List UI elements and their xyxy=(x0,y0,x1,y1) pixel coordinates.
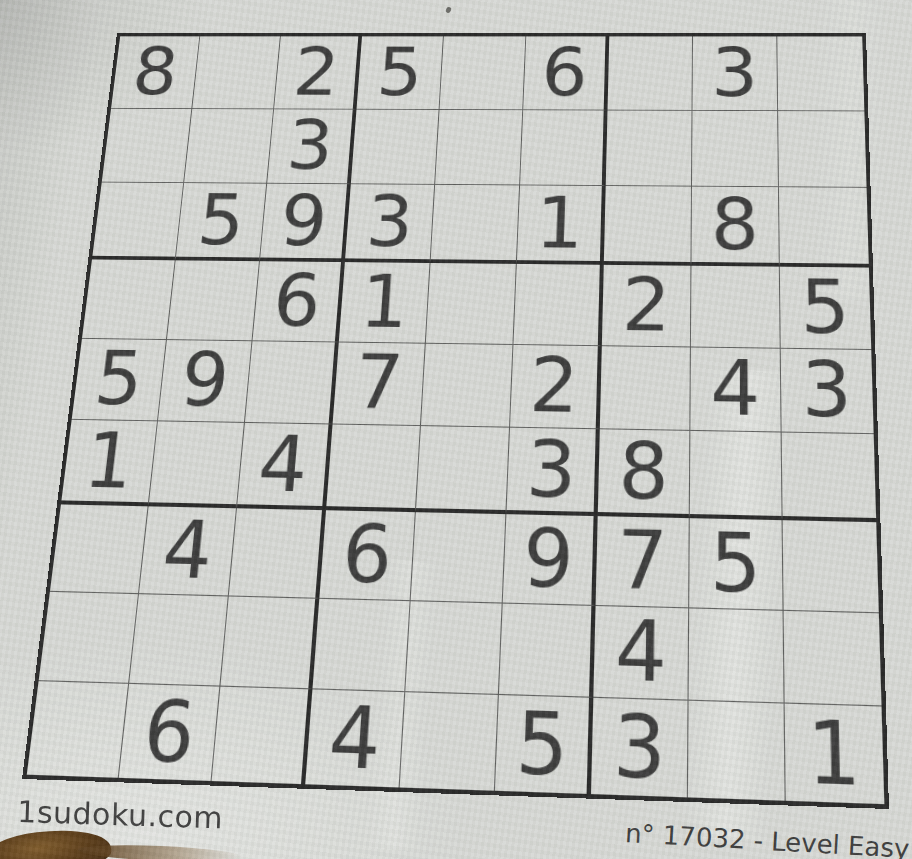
cell-r9c8 xyxy=(688,701,786,801)
cell-r7c8: 5 xyxy=(689,518,783,610)
cell-r9c1 xyxy=(27,682,129,778)
cell-r1c4: 5 xyxy=(356,36,443,109)
paper-speck xyxy=(445,6,452,13)
cell-r8c5 xyxy=(405,601,502,696)
cell-r4c8 xyxy=(691,266,781,349)
cell-r7c5 xyxy=(411,512,507,603)
cell-r4c4: 1 xyxy=(339,262,431,343)
cell-r9c7: 3 xyxy=(591,698,689,797)
cell-r1c1: 8 xyxy=(111,36,200,108)
cell-r2c2 xyxy=(184,109,274,184)
cell-r3c9 xyxy=(779,187,869,267)
cell-r4c9: 5 xyxy=(780,267,871,350)
cell-r3c1 xyxy=(92,183,184,261)
cell-r9c5 xyxy=(400,693,499,791)
cell-r1c7 xyxy=(608,36,693,110)
cell-r9c2: 6 xyxy=(119,684,221,781)
cell-r3c4: 3 xyxy=(345,185,435,263)
cell-r2c1 xyxy=(102,108,193,183)
cell-r3c8: 8 xyxy=(691,187,779,267)
cell-r6c8 xyxy=(690,431,783,520)
cell-r8c3 xyxy=(220,596,319,690)
cell-r5c6: 2 xyxy=(510,345,602,430)
cell-r8c6 xyxy=(499,603,596,698)
cell-r8c2 xyxy=(129,594,229,687)
cell-r3c5 xyxy=(431,185,521,264)
cell-r5c1: 5 xyxy=(72,339,167,422)
cell-r2c3: 3 xyxy=(267,109,356,184)
cell-r5c9: 3 xyxy=(781,348,874,434)
cell-r7c1 xyxy=(50,504,149,593)
cell-r8c9 xyxy=(784,610,882,706)
cell-r9c9: 1 xyxy=(785,704,885,804)
cell-r6c7: 8 xyxy=(598,430,691,519)
cell-r6c9 xyxy=(782,433,877,522)
cell-r9c3 xyxy=(212,687,313,784)
cell-r9c6: 5 xyxy=(495,695,593,794)
cell-r5c7 xyxy=(600,346,691,431)
cell-r5c2: 9 xyxy=(158,340,253,424)
cell-r5c3 xyxy=(245,341,339,425)
cell-r6c3: 4 xyxy=(237,423,333,510)
cell-r2c8 xyxy=(692,110,779,187)
cell-r8c8 xyxy=(689,608,785,704)
cell-r6c5 xyxy=(416,426,510,514)
cell-r4c2 xyxy=(167,260,260,341)
paper-photo: 825633593186125597243143846975464531 1su… xyxy=(0,0,912,859)
cell-r1c8: 3 xyxy=(692,36,778,110)
cell-r4c1 xyxy=(82,259,176,339)
cell-r8c7: 4 xyxy=(593,606,689,701)
cell-r3c6: 1 xyxy=(517,186,606,265)
cell-r2c5 xyxy=(435,110,523,186)
cell-r1c3: 2 xyxy=(274,36,362,109)
cell-r4c7: 2 xyxy=(602,265,692,347)
cell-r5c4: 7 xyxy=(333,342,426,426)
cell-r3c2: 5 xyxy=(176,183,267,261)
cell-r7c4: 6 xyxy=(319,510,416,601)
cell-r2c6 xyxy=(520,110,607,186)
cell-r5c8: 4 xyxy=(690,347,781,433)
cell-r6c2 xyxy=(149,422,245,509)
cell-r2c9 xyxy=(778,111,867,188)
sudoku-grid: 825633593186125597243143846975464531 xyxy=(22,33,889,809)
cell-r4c3: 6 xyxy=(253,261,345,342)
cell-r7c2: 4 xyxy=(139,506,237,596)
cell-r2c4 xyxy=(351,109,440,185)
cell-r3c7 xyxy=(604,186,692,265)
cell-r1c9 xyxy=(777,36,864,111)
site-credit: 1sudoku.com xyxy=(17,794,224,835)
puzzle-info: n° 17032 - Level Easy xyxy=(624,818,910,859)
cell-r1c6: 6 xyxy=(523,36,609,110)
cell-r9c4: 4 xyxy=(305,690,405,788)
cell-r1c5 xyxy=(440,36,527,109)
cell-r3c3: 9 xyxy=(260,184,351,262)
cell-r4c5 xyxy=(426,263,517,345)
cell-r6c1: 1 xyxy=(61,420,158,506)
cell-r7c6: 9 xyxy=(503,514,598,605)
cell-r7c3 xyxy=(229,508,326,598)
cell-r6c4 xyxy=(326,425,421,512)
cell-r5c5 xyxy=(421,343,514,428)
cell-r6c6: 3 xyxy=(506,428,599,516)
cell-r1c2 xyxy=(192,36,281,109)
cell-r7c9 xyxy=(783,520,879,613)
cell-r7c7: 7 xyxy=(596,516,690,608)
cell-r8c1 xyxy=(39,592,139,685)
cell-r8c4 xyxy=(312,598,410,692)
cell-r2c7 xyxy=(606,110,693,187)
cell-r4c6 xyxy=(513,264,603,346)
